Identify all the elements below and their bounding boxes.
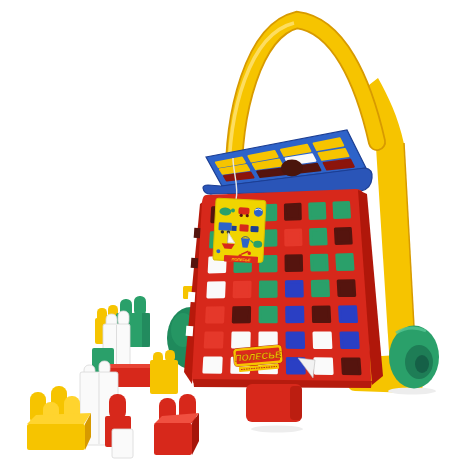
train-icon — [239, 224, 248, 231]
basket-hole — [343, 359, 361, 374]
basket-hole — [335, 229, 351, 244]
basket-hole — [286, 282, 302, 297]
basket-hole — [287, 307, 303, 322]
train-icon — [250, 226, 258, 232]
basket-hole — [314, 333, 331, 348]
basket-hole — [341, 333, 358, 348]
basket-hole — [233, 308, 249, 322]
basket-hole — [260, 282, 276, 297]
basket-hole — [204, 358, 221, 372]
basket-hole — [287, 333, 304, 347]
toy-trolley-scene: ПОЛЕСЬЕ ПОЛЕСЬЕ — [0, 0, 460, 460]
block-yellow-2x1-right — [150, 350, 178, 394]
basket-hole — [260, 307, 276, 321]
basket-hole — [285, 204, 300, 219]
foot-shade — [290, 386, 302, 420]
block-body — [150, 360, 178, 394]
basket-hole — [313, 307, 330, 322]
basket-side-hole — [186, 326, 194, 336]
block-body — [154, 423, 192, 455]
foot-shadow — [251, 426, 303, 433]
basket-hole — [311, 255, 327, 270]
shape-sorter-hole — [281, 160, 303, 177]
block-red-2x2 — [154, 394, 199, 455]
truck-icon — [218, 222, 231, 231]
basket — [183, 189, 383, 388]
block-body — [27, 424, 85, 450]
right-wheel-hub — [415, 355, 429, 373]
product-photo: ПОЛЕСЬЕ ПОЛЕСЬЕ — [0, 0, 460, 460]
basket-hole — [310, 203, 325, 218]
basket-hole — [233, 333, 250, 347]
basket-hole — [338, 281, 355, 296]
brand-label: ПОЛЕСЬЕ — [233, 345, 283, 373]
right-wheel — [389, 326, 439, 389]
hang-tag: ПОЛЕСЬЕ — [213, 198, 266, 264]
car-icon — [238, 207, 249, 215]
basket-hole — [311, 229, 327, 244]
basket-hole — [234, 282, 250, 296]
basket-hole — [334, 202, 350, 217]
block-white-column-bottom — [112, 429, 133, 458]
truck-icon — [231, 226, 236, 231]
basket-side-hole — [188, 292, 196, 302]
basket-hole — [340, 307, 357, 322]
basket-hole — [312, 281, 328, 296]
basket-hole — [205, 333, 222, 347]
basket-hole — [286, 230, 301, 245]
basket-side-hole — [191, 258, 199, 268]
block-top-edge — [108, 364, 152, 368]
basket-hole — [207, 308, 224, 322]
basket-hole — [208, 283, 224, 297]
basket-hole — [286, 256, 302, 271]
wheel-shadow — [388, 388, 436, 395]
basket-hole — [337, 255, 353, 270]
block-shade — [142, 313, 150, 347]
support-foot — [246, 384, 302, 422]
basket-hole — [315, 359, 332, 374]
